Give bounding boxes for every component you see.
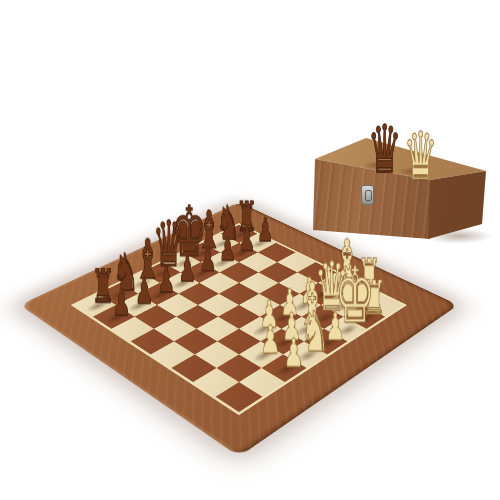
chess-set-product-photo: ♛ ♛ ♜♞♝♛♚♝♞♜♟♟♟♟♟♟♟♟♟♟♟♟♝♟♟♝♛♞♜♟♞♟♚♜ [0,0,500,500]
box-latch [361,185,374,205]
piece-glyph-wP: ♟ [265,334,323,374]
spare-queen-light-glyph: ♛ [403,124,437,190]
piece-glyph-bP: ♟ [94,285,148,322]
spare-queen-light: ♛ [391,124,435,190]
